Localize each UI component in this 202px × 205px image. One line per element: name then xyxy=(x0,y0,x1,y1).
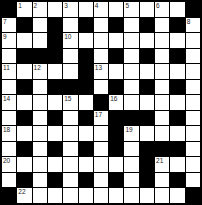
black-cell-r11c5 xyxy=(79,173,93,188)
clue-number-14: 14 xyxy=(3,95,10,102)
clue-number-12: 12 xyxy=(34,64,41,71)
black-cell-r9c1 xyxy=(17,142,31,157)
black-cell-r7c7 xyxy=(109,111,123,126)
white-cell-r2c2[interactable] xyxy=(33,33,47,48)
white-cell-r8c9[interactable] xyxy=(140,126,154,141)
black-cell-r3c3 xyxy=(48,49,62,64)
black-cell-r5c5 xyxy=(79,80,93,95)
white-cell-r10c12[interactable] xyxy=(186,157,200,172)
white-cell-r11c8[interactable] xyxy=(124,173,138,188)
white-cell-r6c2[interactable] xyxy=(33,95,47,110)
white-cell-r11c6[interactable] xyxy=(94,173,108,188)
black-cell-r3c7 xyxy=(109,49,123,64)
crossword-page: 12345678910111213141516171819202122 xyxy=(0,0,202,205)
clue-number-17: 17 xyxy=(95,111,102,118)
black-cell-r7c11 xyxy=(170,111,184,126)
white-cell-r6c3[interactable] xyxy=(48,95,62,110)
white-cell-r7c2[interactable] xyxy=(33,111,47,126)
black-cell-r7c1 xyxy=(17,111,31,126)
clue-number-19: 19 xyxy=(125,126,132,133)
clue-number-3: 3 xyxy=(64,2,68,9)
white-cell-r0c9[interactable] xyxy=(140,2,154,17)
white-cell-r2c9[interactable] xyxy=(140,33,154,48)
black-cell-r12c12 xyxy=(186,188,200,203)
black-cell-r2c3 xyxy=(48,33,62,48)
black-cell-r11c9 xyxy=(140,173,154,188)
white-cell-r0c2[interactable]: 2 xyxy=(33,2,47,17)
black-cell-r7c8 xyxy=(124,111,138,126)
black-cell-r5c9 xyxy=(140,80,154,95)
white-cell-r4c11[interactable] xyxy=(170,64,184,79)
white-cell-r12c10[interactable] xyxy=(155,188,169,203)
black-cell-r3c1 xyxy=(17,49,31,64)
black-cell-r9c11 xyxy=(170,142,184,157)
white-cell-r0c7[interactable] xyxy=(109,2,123,17)
black-cell-r5c11 xyxy=(170,80,184,95)
white-cell-r12c2[interactable] xyxy=(33,188,47,203)
white-cell-r0c4[interactable]: 3 xyxy=(63,2,77,17)
clue-number-5: 5 xyxy=(125,2,129,9)
white-cell-r2c8[interactable] xyxy=(124,33,138,48)
white-cell-r8c8[interactable]: 19 xyxy=(124,126,138,141)
white-cell-r2c12[interactable] xyxy=(186,33,200,48)
white-cell-r0c6[interactable]: 4 xyxy=(94,2,108,17)
white-cell-r7c12[interactable] xyxy=(186,111,200,126)
white-cell-r12c4[interactable] xyxy=(63,188,77,203)
white-cell-r6c12[interactable] xyxy=(186,95,200,110)
white-cell-r4c4[interactable] xyxy=(63,64,77,79)
white-cell-r0c10[interactable]: 6 xyxy=(155,2,169,17)
white-cell-r8c1[interactable] xyxy=(17,126,31,141)
white-cell-r1c4[interactable] xyxy=(63,18,77,33)
black-cell-r10c9 xyxy=(140,157,154,172)
white-cell-r4c2[interactable]: 12 xyxy=(33,64,47,79)
black-cell-r3c5 xyxy=(79,49,93,64)
white-cell-r5c2[interactable] xyxy=(33,80,47,95)
white-cell-r10c10[interactable]: 21 xyxy=(155,157,169,172)
white-cell-r2c7[interactable] xyxy=(109,33,123,48)
white-cell-r11c10[interactable] xyxy=(155,173,169,188)
white-cell-r1c2[interactable] xyxy=(33,18,47,33)
white-cell-r7c6[interactable]: 17 xyxy=(94,111,108,126)
white-cell-r12c11[interactable] xyxy=(170,188,184,203)
white-cell-r0c3[interactable] xyxy=(48,2,62,17)
clue-number-2: 2 xyxy=(34,2,38,9)
white-cell-r6c0[interactable]: 14 xyxy=(2,95,16,110)
white-cell-r5c12[interactable] xyxy=(186,80,200,95)
white-cell-r10c7[interactable] xyxy=(109,157,123,172)
white-cell-r5c8[interactable] xyxy=(124,80,138,95)
black-cell-r1c9 xyxy=(140,18,154,33)
white-cell-r10c4[interactable] xyxy=(63,157,77,172)
white-cell-r3c0[interactable] xyxy=(2,49,16,64)
white-cell-r1c8[interactable] xyxy=(124,18,138,33)
black-cell-r5c7 xyxy=(109,80,123,95)
white-cell-r12c3[interactable] xyxy=(48,188,62,203)
white-cell-r9c12[interactable] xyxy=(186,142,200,157)
white-cell-r12c7[interactable] xyxy=(109,188,123,203)
white-cell-r5c6[interactable] xyxy=(94,80,108,95)
white-cell-r10c1[interactable] xyxy=(17,157,31,172)
white-cell-r3c8[interactable] xyxy=(124,49,138,64)
black-cell-r4c5 xyxy=(79,64,93,79)
white-cell-r1c10[interactable] xyxy=(155,18,169,33)
white-cell-r2c1[interactable] xyxy=(17,33,31,48)
white-cell-r8c11[interactable] xyxy=(170,126,184,141)
white-cell-r6c9[interactable] xyxy=(140,95,154,110)
white-cell-r11c12[interactable] xyxy=(186,173,200,188)
black-cell-r8c7 xyxy=(109,126,123,141)
clue-number-13: 13 xyxy=(95,64,102,71)
white-cell-r8c3[interactable] xyxy=(48,126,62,141)
white-cell-r9c2[interactable] xyxy=(33,142,47,157)
black-cell-r9c3 xyxy=(48,142,62,157)
white-cell-r8c6[interactable] xyxy=(94,126,108,141)
white-cell-r12c5[interactable] xyxy=(79,188,93,203)
black-cell-r7c9 xyxy=(140,111,154,126)
black-cell-r12c0 xyxy=(2,188,16,203)
white-cell-r6c11[interactable] xyxy=(170,95,184,110)
black-cell-r1c7 xyxy=(109,18,123,33)
white-cell-r8c5[interactable] xyxy=(79,126,93,141)
black-cell-r7c3 xyxy=(48,111,62,126)
clue-number-1: 1 xyxy=(18,2,22,9)
white-cell-r9c0[interactable] xyxy=(2,142,16,157)
white-cell-r10c5[interactable] xyxy=(79,157,93,172)
clue-number-11: 11 xyxy=(3,64,10,71)
black-cell-r1c11 xyxy=(170,18,184,33)
white-cell-r7c4[interactable] xyxy=(63,111,77,126)
white-cell-r2c5[interactable] xyxy=(79,33,93,48)
white-cell-r4c12[interactable] xyxy=(186,64,200,79)
white-cell-r8c4[interactable] xyxy=(63,126,77,141)
clue-number-21: 21 xyxy=(156,157,163,164)
white-cell-r2c10[interactable] xyxy=(155,33,169,48)
white-cell-r10c11[interactable] xyxy=(170,157,184,172)
black-cell-r5c4 xyxy=(63,80,77,95)
white-cell-r12c6[interactable] xyxy=(94,188,108,203)
white-cell-r2c11[interactable] xyxy=(170,33,184,48)
clue-number-7: 7 xyxy=(3,18,7,25)
white-cell-r10c0[interactable]: 20 xyxy=(2,157,16,172)
black-cell-r11c3 xyxy=(48,173,62,188)
white-cell-r4c0[interactable]: 11 xyxy=(2,64,16,79)
white-cell-r4c7[interactable] xyxy=(109,64,123,79)
black-cell-r9c10 xyxy=(155,142,169,157)
white-cell-r5c10[interactable] xyxy=(155,80,169,95)
white-cell-r10c6[interactable] xyxy=(94,157,108,172)
white-cell-r10c2[interactable] xyxy=(33,157,47,172)
black-cell-r11c7 xyxy=(109,173,123,188)
black-cell-r11c1 xyxy=(17,173,31,188)
white-cell-r12c8[interactable] xyxy=(124,188,138,203)
white-cell-r7c0[interactable] xyxy=(2,111,16,126)
black-cell-r3c2 xyxy=(33,49,47,64)
white-cell-r8c2[interactable] xyxy=(33,126,47,141)
white-cell-r6c8[interactable] xyxy=(124,95,138,110)
black-cell-r1c3 xyxy=(48,18,62,33)
white-cell-r3c10[interactable] xyxy=(155,49,169,64)
white-cell-r6c5[interactable] xyxy=(79,95,93,110)
black-cell-r9c5 xyxy=(79,142,93,157)
white-cell-r6c10[interactable] xyxy=(155,95,169,110)
clue-number-6: 6 xyxy=(156,2,160,9)
white-cell-r1c12[interactable]: 8 xyxy=(186,18,200,33)
white-cell-r11c2[interactable] xyxy=(33,173,47,188)
black-cell-r0c0 xyxy=(2,2,16,17)
clue-number-22: 22 xyxy=(18,188,25,195)
white-cell-r8c12[interactable] xyxy=(186,126,200,141)
white-cell-r6c7[interactable]: 16 xyxy=(109,95,123,110)
white-cell-r2c6[interactable] xyxy=(94,33,108,48)
clue-number-16: 16 xyxy=(110,95,117,102)
white-cell-r6c4[interactable]: 15 xyxy=(63,95,77,110)
white-cell-r5c0[interactable] xyxy=(2,80,16,95)
white-cell-r12c1[interactable]: 22 xyxy=(17,188,31,203)
white-cell-r10c3[interactable] xyxy=(48,157,62,172)
white-cell-r10c8[interactable] xyxy=(124,157,138,172)
black-cell-r1c5 xyxy=(79,18,93,33)
white-cell-r1c6[interactable] xyxy=(94,18,108,33)
black-cell-r3c9 xyxy=(140,49,154,64)
white-cell-r7c10[interactable] xyxy=(155,111,169,126)
clue-number-8: 8 xyxy=(187,18,191,25)
white-cell-r11c0[interactable] xyxy=(2,173,16,188)
black-cell-r3c11 xyxy=(170,49,184,64)
black-cell-r5c1 xyxy=(17,80,31,95)
white-cell-r6c1[interactable] xyxy=(17,95,31,110)
white-cell-r8c0[interactable]: 18 xyxy=(2,126,16,141)
white-cell-r12c9[interactable] xyxy=(140,188,154,203)
white-cell-r4c9[interactable] xyxy=(140,64,154,79)
black-cell-r11c11 xyxy=(170,173,184,188)
clue-number-15: 15 xyxy=(64,95,71,102)
white-cell-r9c4[interactable] xyxy=(63,142,77,157)
clue-number-20: 20 xyxy=(3,157,10,164)
white-cell-r3c6[interactable] xyxy=(94,49,108,64)
white-cell-r11c4[interactable] xyxy=(63,173,77,188)
black-cell-r0c12 xyxy=(186,2,200,17)
black-cell-r7c5 xyxy=(79,111,93,126)
white-cell-r4c1[interactable] xyxy=(17,64,31,79)
black-cell-r9c7 xyxy=(109,142,123,157)
white-cell-r4c3[interactable] xyxy=(48,64,62,79)
white-cell-r3c12[interactable] xyxy=(186,49,200,64)
white-cell-r4c10[interactable] xyxy=(155,64,169,79)
clue-number-18: 18 xyxy=(3,126,10,133)
white-cell-r9c8[interactable] xyxy=(124,142,138,157)
white-cell-r8c10[interactable] xyxy=(155,126,169,141)
white-cell-r0c1[interactable]: 1 xyxy=(17,2,31,17)
white-cell-r9c6[interactable] xyxy=(94,142,108,157)
clue-number-4: 4 xyxy=(95,2,99,9)
black-cell-r6c6 xyxy=(94,95,108,110)
black-cell-r9c9 xyxy=(140,142,154,157)
clue-number-9: 9 xyxy=(3,33,7,40)
crossword-grid: 12345678910111213141516171819202122 xyxy=(0,0,202,205)
white-cell-r0c5[interactable] xyxy=(79,2,93,17)
white-cell-r2c4[interactable]: 10 xyxy=(63,33,77,48)
white-cell-r4c6[interactable]: 13 xyxy=(94,64,108,79)
white-cell-r3c4[interactable] xyxy=(63,49,77,64)
black-cell-r5c3 xyxy=(48,80,62,95)
clue-number-10: 10 xyxy=(64,33,71,40)
white-cell-r2c0[interactable]: 9 xyxy=(2,33,16,48)
white-cell-r0c8[interactable]: 5 xyxy=(124,2,138,17)
white-cell-r4c8[interactable] xyxy=(124,64,138,79)
black-cell-r1c1 xyxy=(17,18,31,33)
white-cell-r0c11[interactable] xyxy=(170,2,184,17)
white-cell-r1c0[interactable]: 7 xyxy=(2,18,16,33)
